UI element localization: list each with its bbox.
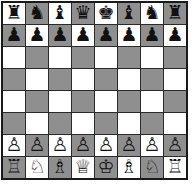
piece-white-bishop: ♗ <box>120 157 137 176</box>
piece-black-knight: ♞ <box>143 3 160 22</box>
square-h5[interactable] <box>164 69 186 90</box>
square-c7[interactable]: ♟ <box>49 25 71 46</box>
piece-white-pawn: ♙ <box>97 135 114 154</box>
piece-black-knight: ♞ <box>28 3 45 22</box>
square-b7[interactable]: ♟ <box>26 25 48 46</box>
square-f7[interactable]: ♟ <box>118 25 140 46</box>
square-h7[interactable]: ♟ <box>164 25 186 46</box>
square-e8[interactable]: ♚ <box>95 3 117 24</box>
square-h8[interactable]: ♜ <box>164 3 186 24</box>
square-e1[interactable]: ♔ <box>95 157 117 178</box>
piece-white-pawn: ♙ <box>28 135 45 154</box>
square-b1[interactable]: ♘ <box>26 157 48 178</box>
piece-white-bishop: ♗ <box>51 157 68 176</box>
square-c4[interactable] <box>49 91 71 112</box>
square-e5[interactable] <box>95 69 117 90</box>
piece-black-king: ♚ <box>97 3 114 22</box>
piece-white-rook: ♖ <box>166 157 183 176</box>
square-d5[interactable] <box>72 69 94 90</box>
square-c3[interactable] <box>49 113 71 134</box>
square-a8[interactable]: ♜ <box>3 3 25 24</box>
square-g7[interactable]: ♟ <box>141 25 163 46</box>
square-g2[interactable]: ♙ <box>141 135 163 156</box>
square-d3[interactable] <box>72 113 94 134</box>
square-h2[interactable]: ♙ <box>164 135 186 156</box>
square-d6[interactable] <box>72 47 94 68</box>
square-g1[interactable]: ♘ <box>141 157 163 178</box>
square-b3[interactable] <box>26 113 48 134</box>
square-h1[interactable]: ♖ <box>164 157 186 178</box>
square-e6[interactable] <box>95 47 117 68</box>
chess-board: ♜♞♝♛♚♝♞♜♟♟♟♟♟♟♟♟♙♙♙♙♙♙♙♙♖♘♗♕♔♗♘♖ <box>1 1 188 180</box>
piece-black-pawn: ♟ <box>5 25 22 44</box>
square-e2[interactable]: ♙ <box>95 135 117 156</box>
piece-black-pawn: ♟ <box>74 25 91 44</box>
square-e4[interactable] <box>95 91 117 112</box>
chessboard-diagram: ♜♞♝♛♚♝♞♜♟♟♟♟♟♟♟♟♙♙♙♙♙♙♙♙♖♘♗♕♔♗♘♖ <box>0 0 195 180</box>
square-a2[interactable]: ♙ <box>3 135 25 156</box>
square-a3[interactable] <box>3 113 25 134</box>
piece-black-pawn: ♟ <box>166 25 183 44</box>
square-g4[interactable] <box>141 91 163 112</box>
square-e3[interactable] <box>95 113 117 134</box>
piece-black-pawn: ♟ <box>143 25 160 44</box>
piece-black-bishop: ♝ <box>51 3 68 22</box>
square-c5[interactable] <box>49 69 71 90</box>
piece-white-pawn: ♙ <box>166 135 183 154</box>
square-c1[interactable]: ♗ <box>49 157 71 178</box>
square-c8[interactable]: ♝ <box>49 3 71 24</box>
square-a6[interactable] <box>3 47 25 68</box>
piece-black-queen: ♛ <box>74 3 91 22</box>
piece-white-pawn: ♙ <box>51 135 68 154</box>
square-g6[interactable] <box>141 47 163 68</box>
square-a4[interactable] <box>3 91 25 112</box>
piece-white-pawn: ♙ <box>74 135 91 154</box>
piece-white-queen: ♕ <box>74 157 91 176</box>
square-b6[interactable] <box>26 47 48 68</box>
square-h3[interactable] <box>164 113 186 134</box>
piece-white-knight: ♘ <box>28 157 45 176</box>
square-f5[interactable] <box>118 69 140 90</box>
piece-white-rook: ♖ <box>5 157 22 176</box>
square-d8[interactable]: ♛ <box>72 3 94 24</box>
square-f2[interactable]: ♙ <box>118 135 140 156</box>
square-d1[interactable]: ♕ <box>72 157 94 178</box>
square-h4[interactable] <box>164 91 186 112</box>
piece-black-rook: ♜ <box>5 3 22 22</box>
square-b4[interactable] <box>26 91 48 112</box>
square-b5[interactable] <box>26 69 48 90</box>
square-b8[interactable]: ♞ <box>26 3 48 24</box>
square-d7[interactable]: ♟ <box>72 25 94 46</box>
square-f3[interactable] <box>118 113 140 134</box>
square-f8[interactable]: ♝ <box>118 3 140 24</box>
square-f4[interactable] <box>118 91 140 112</box>
piece-white-pawn: ♙ <box>143 135 160 154</box>
piece-black-pawn: ♟ <box>51 25 68 44</box>
piece-black-pawn: ♟ <box>97 25 114 44</box>
square-e7[interactable]: ♟ <box>95 25 117 46</box>
square-a5[interactable] <box>3 69 25 90</box>
square-h6[interactable] <box>164 47 186 68</box>
piece-black-pawn: ♟ <box>120 25 137 44</box>
square-g8[interactable]: ♞ <box>141 3 163 24</box>
piece-black-rook: ♜ <box>166 3 183 22</box>
square-f6[interactable] <box>118 47 140 68</box>
square-f1[interactable]: ♗ <box>118 157 140 178</box>
piece-white-knight: ♘ <box>143 157 160 176</box>
square-a7[interactable]: ♟ <box>3 25 25 46</box>
square-g5[interactable] <box>141 69 163 90</box>
square-c6[interactable] <box>49 47 71 68</box>
square-b2[interactable]: ♙ <box>26 135 48 156</box>
piece-white-pawn: ♙ <box>120 135 137 154</box>
square-d4[interactable] <box>72 91 94 112</box>
square-g3[interactable] <box>141 113 163 134</box>
piece-white-pawn: ♙ <box>5 135 22 154</box>
square-a1[interactable]: ♖ <box>3 157 25 178</box>
piece-white-king: ♔ <box>97 157 114 176</box>
square-c2[interactable]: ♙ <box>49 135 71 156</box>
piece-black-bishop: ♝ <box>120 3 137 22</box>
piece-black-pawn: ♟ <box>28 25 45 44</box>
square-d2[interactable]: ♙ <box>72 135 94 156</box>
